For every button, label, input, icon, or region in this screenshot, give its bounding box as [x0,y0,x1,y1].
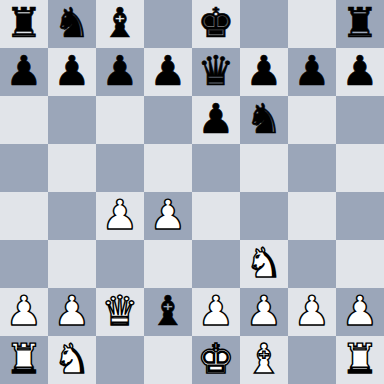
square-b8[interactable]: ♞ [48,0,96,48]
square-g8[interactable] [288,0,336,48]
piece-white-pawn[interactable]: ♟ [6,288,43,335]
square-d5[interactable] [144,144,192,192]
square-f8[interactable] [240,0,288,48]
piece-black-rook[interactable]: ♜ [6,0,43,47]
piece-black-pawn[interactable]: ♟ [6,48,43,95]
piece-white-knight[interactable]: ♞ [54,336,91,383]
square-f4[interactable] [240,192,288,240]
square-h4[interactable] [336,192,384,240]
square-e7[interactable]: ♛ [192,48,240,96]
piece-white-bishop[interactable]: ♝ [246,336,283,383]
piece-white-pawn[interactable]: ♟ [294,288,331,335]
square-d6[interactable] [144,96,192,144]
chess-board: ♜♞♝♚♜♟♟♟♟♛♟♟♟♟♞♟♟♞♟♟♛♝♟♟♟♟♜♞♚♝♜ [0,0,384,384]
square-a1[interactable]: ♜ [0,336,48,384]
piece-black-pawn[interactable]: ♟ [246,48,283,95]
square-d3[interactable] [144,240,192,288]
square-b7[interactable]: ♟ [48,48,96,96]
square-h2[interactable]: ♟ [336,288,384,336]
square-a5[interactable] [0,144,48,192]
piece-black-pawn[interactable]: ♟ [342,48,379,95]
square-g2[interactable]: ♟ [288,288,336,336]
piece-white-pawn[interactable]: ♟ [246,288,283,335]
square-e3[interactable] [192,240,240,288]
square-g6[interactable] [288,96,336,144]
square-d8[interactable] [144,0,192,48]
square-d7[interactable]: ♟ [144,48,192,96]
square-a7[interactable]: ♟ [0,48,48,96]
square-c4[interactable]: ♟ [96,192,144,240]
square-c5[interactable] [96,144,144,192]
square-f3[interactable]: ♞ [240,240,288,288]
square-d2[interactable]: ♝ [144,288,192,336]
piece-black-pawn[interactable]: ♟ [150,48,187,95]
piece-white-rook[interactable]: ♜ [6,336,43,383]
square-b5[interactable] [48,144,96,192]
piece-white-rook[interactable]: ♜ [342,336,379,383]
square-g1[interactable] [288,336,336,384]
square-a2[interactable]: ♟ [0,288,48,336]
piece-black-knight[interactable]: ♞ [246,96,283,143]
square-c6[interactable] [96,96,144,144]
square-b6[interactable] [48,96,96,144]
piece-white-king[interactable]: ♚ [198,336,235,383]
square-b4[interactable] [48,192,96,240]
square-h8[interactable]: ♜ [336,0,384,48]
square-h1[interactable]: ♜ [336,336,384,384]
piece-white-queen[interactable]: ♛ [102,288,139,335]
square-f5[interactable] [240,144,288,192]
piece-white-knight[interactable]: ♞ [246,240,283,287]
square-e4[interactable] [192,192,240,240]
square-b3[interactable] [48,240,96,288]
square-h7[interactable]: ♟ [336,48,384,96]
piece-white-pawn[interactable]: ♟ [54,288,91,335]
square-h5[interactable] [336,144,384,192]
square-c3[interactable] [96,240,144,288]
piece-white-pawn[interactable]: ♟ [342,288,379,335]
piece-black-bishop[interactable]: ♝ [150,288,187,335]
square-f2[interactable]: ♟ [240,288,288,336]
square-h6[interactable] [336,96,384,144]
square-a3[interactable] [0,240,48,288]
square-a6[interactable] [0,96,48,144]
square-e1[interactable]: ♚ [192,336,240,384]
square-c1[interactable] [96,336,144,384]
square-e5[interactable] [192,144,240,192]
square-e2[interactable]: ♟ [192,288,240,336]
square-b1[interactable]: ♞ [48,336,96,384]
square-g5[interactable] [288,144,336,192]
piece-black-rook[interactable]: ♜ [342,0,379,47]
piece-black-pawn[interactable]: ♟ [294,48,331,95]
square-f6[interactable]: ♞ [240,96,288,144]
square-f1[interactable]: ♝ [240,336,288,384]
square-e6[interactable]: ♟ [192,96,240,144]
square-c7[interactable]: ♟ [96,48,144,96]
piece-black-pawn[interactable]: ♟ [54,48,91,95]
square-d1[interactable] [144,336,192,384]
square-a4[interactable] [0,192,48,240]
piece-white-pawn[interactable]: ♟ [198,288,235,335]
piece-black-king[interactable]: ♚ [198,0,235,47]
square-c2[interactable]: ♛ [96,288,144,336]
piece-black-queen[interactable]: ♛ [198,48,235,95]
piece-white-pawn[interactable]: ♟ [150,192,187,239]
piece-white-pawn[interactable]: ♟ [102,192,139,239]
square-b2[interactable]: ♟ [48,288,96,336]
square-d4[interactable]: ♟ [144,192,192,240]
square-g3[interactable] [288,240,336,288]
square-g4[interactable] [288,192,336,240]
square-a8[interactable]: ♜ [0,0,48,48]
piece-black-bishop[interactable]: ♝ [102,0,139,47]
square-h3[interactable] [336,240,384,288]
piece-black-pawn[interactable]: ♟ [102,48,139,95]
piece-black-knight[interactable]: ♞ [54,0,91,47]
square-g7[interactable]: ♟ [288,48,336,96]
square-e8[interactable]: ♚ [192,0,240,48]
square-c8[interactable]: ♝ [96,0,144,48]
square-f7[interactable]: ♟ [240,48,288,96]
piece-black-pawn[interactable]: ♟ [198,96,235,143]
